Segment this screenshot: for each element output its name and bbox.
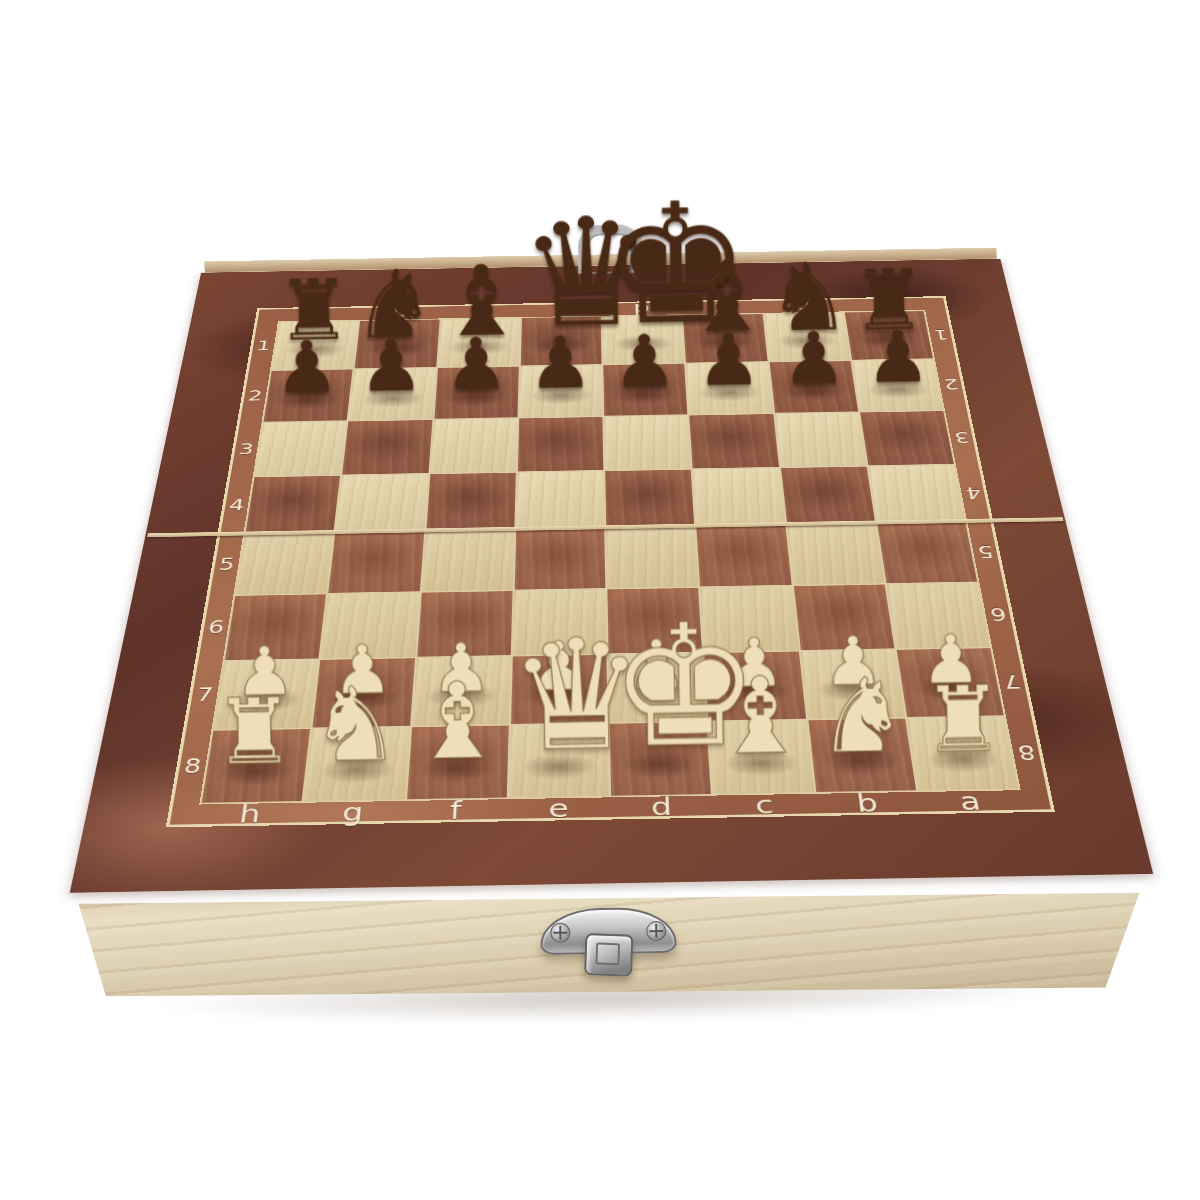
square-d3[interactable] — [604, 415, 691, 470]
page-background: { "game": "chess", "position": { "fen_pi… — [0, 0, 1200, 1200]
square-e4[interactable] — [516, 471, 604, 529]
square-c8[interactable]: ♝ — [709, 720, 814, 794]
piece-light-queen[interactable]: ♛ — [507, 619, 609, 773]
screw-icon — [646, 921, 666, 941]
square-b8[interactable]: ♞ — [808, 718, 916, 792]
square-h2[interactable]: ♟ — [264, 370, 353, 422]
square-f4[interactable] — [426, 473, 516, 531]
piece-dark-pawn[interactable]: ♟ — [265, 331, 349, 404]
piece-light-rook[interactable]: ♜ — [913, 673, 1014, 766]
square-b5[interactable] — [787, 524, 884, 585]
square-d2[interactable]: ♟ — [603, 364, 687, 416]
square-h3[interactable] — [255, 421, 347, 476]
chess-board: ♜♞♝♛♚♝♞♜♟♟♟♟♟♟♟♟♟♟♟♟♟♟♟♟♜♞♝♛♚♝♞♜ 1122334… — [70, 259, 1153, 893]
piece-dark-pawn[interactable]: ♟ — [434, 328, 518, 401]
square-g4[interactable] — [336, 474, 428, 532]
chess-set-scene: ♜♞♝♛♚♝♞♜♟♟♟♟♟♟♟♟♟♟♟♟♟♟♟♟♜♞♝♛♚♝♞♜ 1122334… — [0, 0, 1200, 1200]
square-h5[interactable] — [236, 533, 334, 594]
square-a4[interactable] — [868, 465, 965, 523]
piece-dark-pawn[interactable]: ♟ — [349, 330, 433, 403]
piece-dark-pawn[interactable]: ♟ — [603, 325, 687, 398]
square-g5[interactable] — [328, 532, 423, 593]
piece-light-king[interactable]: ♚ — [608, 601, 710, 771]
square-h4[interactable] — [245, 476, 340, 534]
square-g2[interactable]: ♟ — [349, 368, 436, 420]
square-f2[interactable]: ♟ — [434, 367, 519, 419]
piece-dark-pawn[interactable]: ♟ — [771, 322, 855, 395]
latch-knob[interactable] — [584, 933, 633, 977]
board-grid: ♜♞♝♛♚♝♞♜♟♟♟♟♟♟♟♟♟♟♟♟♟♟♟♟♜♞♝♛♚♝♞♜ — [199, 310, 1020, 805]
square-f8[interactable]: ♝ — [406, 725, 508, 799]
square-b2[interactable]: ♟ — [769, 361, 858, 413]
square-d8[interactable]: ♚ — [610, 722, 711, 796]
rank-label-left-2: 2 — [247, 388, 264, 404]
piece-light-bishop[interactable]: ♝ — [710, 662, 811, 769]
square-h8[interactable]: ♜ — [202, 729, 311, 803]
piece-dark-pawn[interactable]: ♟ — [518, 327, 602, 400]
piece-light-knight[interactable]: ♞ — [305, 673, 406, 777]
screw-icon — [550, 923, 570, 943]
square-e5[interactable] — [514, 529, 605, 590]
square-g8[interactable]: ♞ — [304, 727, 409, 801]
square-a3[interactable] — [860, 411, 954, 465]
piece-light-bishop[interactable]: ♝ — [406, 668, 507, 775]
square-a2[interactable]: ♟ — [852, 360, 943, 411]
square-e3[interactable] — [518, 417, 604, 472]
square-d5[interactable] — [606, 527, 698, 588]
square-f5[interactable] — [421, 530, 514, 591]
square-f3[interactable] — [430, 418, 517, 473]
square-c4[interactable] — [693, 468, 785, 526]
square-d4[interactable] — [605, 470, 694, 528]
square-c5[interactable] — [697, 525, 792, 586]
square-c2[interactable]: ♟ — [686, 362, 772, 414]
square-e8[interactable]: ♛ — [509, 724, 609, 798]
piece-light-knight[interactable]: ♞ — [811, 664, 912, 768]
piece-dark-pawn[interactable]: ♟ — [687, 324, 771, 397]
square-a5[interactable] — [877, 522, 977, 583]
piece-light-rook[interactable]: ♜ — [204, 686, 305, 779]
square-b4[interactable] — [781, 466, 875, 524]
board-border-band: ♜♞♝♛♚♝♞♜♟♟♟♟♟♟♟♟♟♟♟♟♟♟♟♟♜♞♝♛♚♝♞♜ — [166, 296, 1055, 827]
piece-dark-pawn[interactable]: ♟ — [856, 321, 940, 394]
square-c3[interactable] — [689, 414, 778, 468]
square-b3[interactable] — [775, 412, 866, 466]
square-e2[interactable]: ♟ — [519, 365, 602, 417]
square-a8[interactable]: ♜ — [907, 717, 1018, 791]
square-g3[interactable] — [342, 420, 432, 475]
